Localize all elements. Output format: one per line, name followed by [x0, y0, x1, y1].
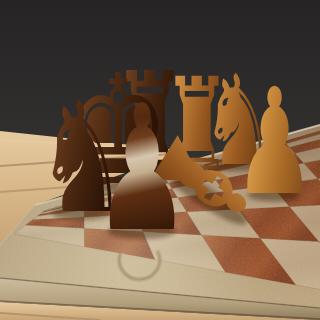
shadow-of-dark-king — [88, 179, 148, 193]
shadow-of-golden-pawn — [248, 189, 300, 202]
shadow-of-dark-pawn — [108, 223, 176, 239]
scene-graphics — [0, 0, 320, 320]
chess-set-photo-scene: ♜♜♞♚♟♝♞♟ — [0, 0, 320, 320]
shadow-of-dark-knight — [52, 206, 112, 220]
shadow-of-golden-knight — [212, 159, 264, 171]
